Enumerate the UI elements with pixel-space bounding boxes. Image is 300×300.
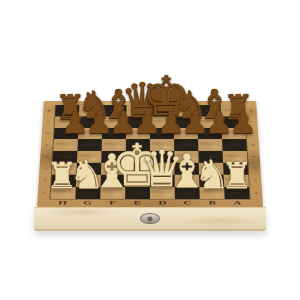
board-front-edge (34, 207, 266, 231)
dark-pawn[interactable]: ♟ (182, 108, 209, 138)
rank-label: 7 (42, 116, 54, 127)
file-label: A (225, 199, 250, 207)
square[interactable] (222, 139, 247, 151)
file-label: F (100, 199, 125, 207)
rank-label: 5 (41, 139, 53, 151)
file-label: E (125, 199, 150, 207)
file-label: B (200, 199, 225, 207)
rank-label: 8 (43, 105, 55, 116)
chess-set-photo: HGFEDCBA 87654321 87654321 ♜♞♝♛♚♞♝♜♟♟♟♟♟… (0, 0, 300, 300)
file-label: H (50, 199, 75, 207)
file-label: C (175, 199, 200, 207)
dark-pawn[interactable]: ♟ (62, 108, 89, 138)
clasp-icon (140, 213, 160, 224)
rank-label: 6 (41, 128, 53, 139)
light-rook[interactable]: ♜ (221, 158, 253, 194)
dark-pawn[interactable]: ♟ (86, 108, 113, 138)
dark-pawn[interactable]: ♟ (206, 108, 233, 138)
square[interactable] (53, 139, 78, 151)
file-labels: HGFEDCBA (50, 199, 250, 207)
file-label: D (150, 199, 175, 207)
dark-pawn[interactable]: ♟ (230, 108, 257, 138)
rank-label: 5 (247, 139, 259, 151)
file-label: G (75, 199, 100, 207)
